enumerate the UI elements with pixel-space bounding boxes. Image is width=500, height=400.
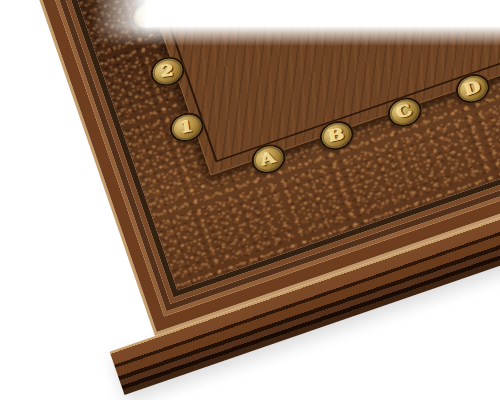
chessboard-product-photo: 3 2 1 A B C D [0,0,500,400]
rank-2-label: 2 [152,57,182,86]
rank-3-label: 3 [133,1,163,30]
chess-board: 3 2 1 A B C D [7,0,500,336]
checkerboard-panel [120,0,500,175]
